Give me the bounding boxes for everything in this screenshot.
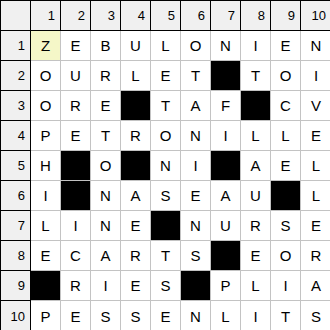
col-header-1: 1 xyxy=(31,1,61,31)
cell-r6c1[interactable]: I xyxy=(31,181,61,211)
cell-r8c6[interactable]: S xyxy=(181,241,211,271)
cell-r2c10[interactable]: I xyxy=(301,61,330,91)
row-header-7: 7 xyxy=(1,211,31,241)
cell-r1c8[interactable]: I xyxy=(241,31,271,61)
cell-r5c9[interactable]: E xyxy=(271,151,301,181)
corner-cell xyxy=(1,1,31,31)
cell-r8c1[interactable]: E xyxy=(31,241,61,271)
cell-r4c7[interactable]: I xyxy=(211,121,241,151)
cell-r7c9[interactable]: S xyxy=(271,211,301,241)
cell-r10c6[interactable]: N xyxy=(181,301,211,330)
cell-r10c8[interactable]: I xyxy=(241,301,271,330)
cell-r1c5[interactable]: L xyxy=(151,31,181,61)
cell-r3c7[interactable]: F xyxy=(211,91,241,121)
black-cell-r6c2 xyxy=(61,181,91,211)
cell-r10c5[interactable]: E xyxy=(151,301,181,330)
cell-r5c3[interactable]: O xyxy=(91,151,121,181)
cell-r6c8[interactable]: U xyxy=(241,181,271,211)
cell-r2c8[interactable]: T xyxy=(241,61,271,91)
cell-r8c9[interactable]: O xyxy=(271,241,301,271)
black-cell-r3c4 xyxy=(121,91,151,121)
col-header-10: 10 xyxy=(301,1,330,31)
cell-r6c10[interactable]: L xyxy=(301,181,330,211)
cell-r9c8[interactable]: L xyxy=(241,271,271,301)
cell-r4c1[interactable]: P xyxy=(31,121,61,151)
col-header-9: 9 xyxy=(271,1,301,31)
cell-r2c2[interactable]: U xyxy=(61,61,91,91)
cell-r8c10[interactable]: R xyxy=(301,241,330,271)
cell-r1c2[interactable]: E xyxy=(61,31,91,61)
cell-r3c6[interactable]: A xyxy=(181,91,211,121)
black-cell-r6c9 xyxy=(271,181,301,211)
cell-r8c2[interactable]: C xyxy=(61,241,91,271)
cell-r5c6[interactable]: I xyxy=(181,151,211,181)
cell-r4c8[interactable]: L xyxy=(241,121,271,151)
cell-r9c4[interactable]: E xyxy=(121,271,151,301)
cell-r8c5[interactable]: T xyxy=(151,241,181,271)
cell-r10c4[interactable]: S xyxy=(121,301,151,330)
black-cell-r5c4 xyxy=(121,151,151,181)
cell-r7c6[interactable]: N xyxy=(181,211,211,241)
cell-r2c9[interactable]: O xyxy=(271,61,301,91)
cell-r3c10[interactable]: V xyxy=(301,91,330,121)
crossword-grid: 123456789101ZEBULONIEN2OURLETTOI3ORETAFC… xyxy=(0,0,330,330)
cell-r3c3[interactable]: E xyxy=(91,91,121,121)
row-header-8: 8 xyxy=(1,241,31,271)
cell-r4c4[interactable]: R xyxy=(121,121,151,151)
cell-r7c7[interactable]: U xyxy=(211,211,241,241)
cell-r10c7[interactable]: L xyxy=(211,301,241,330)
row-header-6: 6 xyxy=(1,181,31,211)
cell-r9c2[interactable]: R xyxy=(61,271,91,301)
cell-r3c1[interactable]: O xyxy=(31,91,61,121)
col-header-7: 7 xyxy=(211,1,241,31)
col-header-5: 5 xyxy=(151,1,181,31)
cell-r8c3[interactable]: A xyxy=(91,241,121,271)
cell-r4c5[interactable]: O xyxy=(151,121,181,151)
cell-r6c3[interactable]: N xyxy=(91,181,121,211)
cell-r2c6[interactable]: T xyxy=(181,61,211,91)
black-cell-r7c5 xyxy=(151,211,181,241)
col-header-8: 8 xyxy=(241,1,271,31)
row-header-3: 3 xyxy=(1,91,31,121)
cell-r2c4[interactable]: L xyxy=(121,61,151,91)
cell-r4c2[interactable]: E xyxy=(61,121,91,151)
cell-r2c3[interactable]: R xyxy=(91,61,121,91)
cell-r4c9[interactable]: L xyxy=(271,121,301,151)
cell-r3c2[interactable]: R xyxy=(61,91,91,121)
cell-r2c1[interactable]: O xyxy=(31,61,61,91)
col-header-4: 4 xyxy=(121,1,151,31)
black-cell-r9c6 xyxy=(181,271,211,301)
row-header-9: 9 xyxy=(1,271,31,301)
cell-r2c5[interactable]: E xyxy=(151,61,181,91)
cell-r1c7[interactable]: N xyxy=(211,31,241,61)
cell-r6c5[interactable]: S xyxy=(151,181,181,211)
row-header-10: 10 xyxy=(1,301,31,330)
row-header-2: 2 xyxy=(1,61,31,91)
col-header-3: 3 xyxy=(91,1,121,31)
cell-r10c9[interactable]: T xyxy=(271,301,301,330)
black-cell-r5c2 xyxy=(61,151,91,181)
cell-r4c10[interactable]: E xyxy=(301,121,330,151)
cell-r7c4[interactable]: E xyxy=(121,211,151,241)
cell-r1c9[interactable]: E xyxy=(271,31,301,61)
col-header-2: 2 xyxy=(61,1,91,31)
cell-r10c2[interactable]: E xyxy=(61,301,91,330)
row-header-5: 5 xyxy=(1,151,31,181)
cell-r3c9[interactable]: C xyxy=(271,91,301,121)
cell-r9c3[interactable]: I xyxy=(91,271,121,301)
black-cell-r5c7 xyxy=(211,151,241,181)
black-cell-r3c8 xyxy=(241,91,271,121)
cell-r7c10[interactable]: E xyxy=(301,211,330,241)
cell-r6c4[interactable]: A xyxy=(121,181,151,211)
cell-r6c6[interactable]: E xyxy=(181,181,211,211)
black-cell-r9c1 xyxy=(31,271,61,301)
cell-r5c5[interactable]: N xyxy=(151,151,181,181)
cell-r5c1[interactable]: H xyxy=(31,151,61,181)
cell-r7c2[interactable]: I xyxy=(61,211,91,241)
cell-r1c4[interactable]: U xyxy=(121,31,151,61)
cell-r8c4[interactable]: R xyxy=(121,241,151,271)
cell-r1c3[interactable]: B xyxy=(91,31,121,61)
cell-r1c10[interactable]: N xyxy=(301,31,330,61)
cell-r6c7[interactable]: A xyxy=(211,181,241,211)
row-header-1: 1 xyxy=(1,31,31,61)
cell-r10c10[interactable]: S xyxy=(301,301,330,330)
cell-r9c5[interactable]: S xyxy=(151,271,181,301)
cell-r7c1[interactable]: L xyxy=(31,211,61,241)
cell-r7c3[interactable]: N xyxy=(91,211,121,241)
cell-r4c3[interactable]: T xyxy=(91,121,121,151)
cell-r1c1[interactable]: Z xyxy=(31,31,61,61)
cell-r5c10[interactable]: L xyxy=(301,151,330,181)
cell-r3c5[interactable]: T xyxy=(151,91,181,121)
black-cell-r8c7 xyxy=(211,241,241,271)
col-header-6: 6 xyxy=(181,1,211,31)
cell-r7c8[interactable]: R xyxy=(241,211,271,241)
cell-r9c9[interactable]: I xyxy=(271,271,301,301)
cell-r9c7[interactable]: P xyxy=(211,271,241,301)
cell-r10c3[interactable]: S xyxy=(91,301,121,330)
cell-r8c8[interactable]: E xyxy=(241,241,271,271)
cell-r9c10[interactable]: A xyxy=(301,271,330,301)
cell-r4c6[interactable]: N xyxy=(181,121,211,151)
row-header-4: 4 xyxy=(1,121,31,151)
black-cell-r2c7 xyxy=(211,61,241,91)
cell-r5c8[interactable]: A xyxy=(241,151,271,181)
cell-r1c6[interactable]: O xyxy=(181,31,211,61)
cell-r10c1[interactable]: P xyxy=(31,301,61,330)
